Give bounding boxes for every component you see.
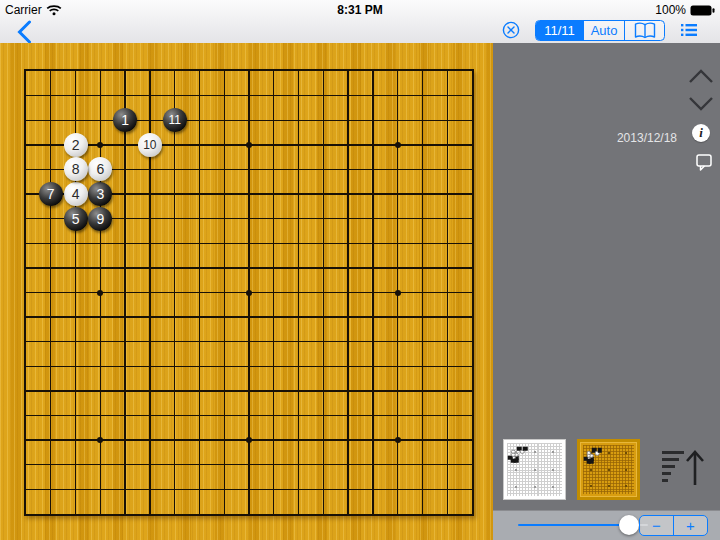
thumbnail-diagram-view[interactable] [503,439,566,500]
chevron-down-button[interactable] [688,96,714,111]
segmented-control: 11/11 Auto [535,20,665,41]
slider-knob[interactable] [619,515,639,535]
stone-white-6: 6 [88,157,112,181]
segment-book[interactable] [624,21,664,40]
stone-white-10: 10 [138,133,162,157]
mini-star-point [552,486,554,488]
star-point [395,290,401,296]
close-button[interactable] [502,21,520,39]
info-icon: i [699,125,703,141]
mini-star-point [625,452,627,454]
mini-star-point [608,485,610,487]
mini-stone [511,453,516,458]
mini-stone [598,448,603,453]
screen: Carrier 8:31 PM 100% [0,0,720,540]
star-point [246,290,252,296]
stepper-control: − + [639,515,708,536]
game-date-label: 2013/12/18 [617,131,677,145]
top-chrome: Carrier 8:31 PM 100% [0,0,720,43]
board-size-slider[interactable] [503,511,638,540]
stone-white-8: 8 [64,157,88,181]
mini-star-point [590,485,592,487]
sort-up-button[interactable] [659,447,705,489]
plus-button[interactable]: + [673,516,707,535]
stone-white-4: 4 [64,182,88,206]
mini-star-point [534,469,536,471]
go-board[interactable]: 1234567891011 [24,69,474,516]
segment-auto[interactable]: Auto [583,21,624,40]
stone-black-1: 1 [113,108,137,132]
sidebar: 2013/12/18 i [493,43,720,510]
mini-board-diagram [507,443,562,496]
stone-black-11: 11 [163,108,187,132]
mini-stone [586,454,591,459]
stone-white-2: 2 [64,133,88,157]
info-button[interactable]: i [692,124,710,142]
mini-star-point [608,452,610,454]
stone-black-7: 7 [39,182,63,206]
mini-star-point [552,451,554,453]
mini-star-point [534,451,536,453]
mini-stone [589,459,594,464]
mini-star-point [534,486,536,488]
back-button[interactable] [16,20,36,44]
stone-black-3: 3 [88,182,112,206]
mini-star-point [552,469,554,471]
stone-black-9: 9 [88,207,112,231]
chevron-up-button[interactable] [688,69,714,84]
comment-button[interactable] [696,154,712,171]
star-point [246,142,252,148]
battery-percent: 100% [655,3,686,17]
mini-star-point [515,486,517,488]
star-point [246,437,252,443]
slider-track-filled [518,524,629,527]
segment-move-counter[interactable]: 11/11 [536,21,583,40]
book-icon [634,22,656,39]
mini-star-point [515,469,517,471]
star-point [395,142,401,148]
mini-star-point [625,469,627,471]
star-point [97,290,103,296]
star-point [97,437,103,443]
mini-stone [523,447,528,452]
battery-icon [690,5,715,16]
stone-black-5: 5 [64,207,88,231]
mini-star-point [590,469,592,471]
status-bar: Carrier 8:31 PM 100% [0,0,720,20]
mini-board-wood [583,445,634,494]
star-point [395,437,401,443]
clock: 8:31 PM [0,3,720,17]
mini-star-point [625,485,627,487]
mini-star-point [608,469,610,471]
minus-button[interactable]: − [640,516,673,535]
star-point [97,142,103,148]
thumbnail-board-view[interactable] [577,439,640,500]
list-button[interactable] [681,23,697,37]
board-pane: 1234567891011 [0,43,493,540]
mini-stone [514,458,519,463]
bottom-bar: − + [493,510,720,540]
